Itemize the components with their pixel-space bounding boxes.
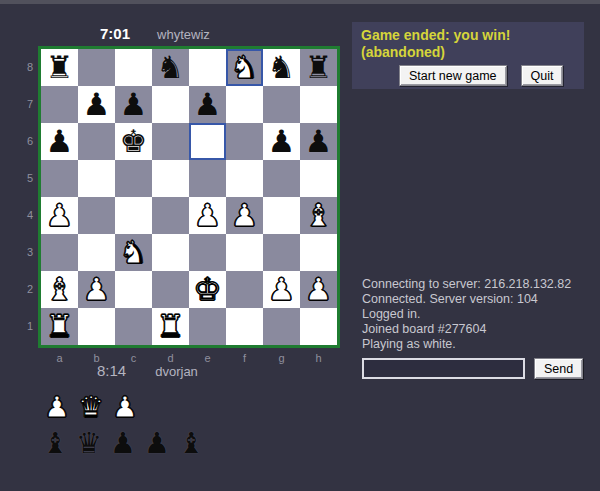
result-text-line2: (abandoned) (361, 44, 575, 61)
result-buttons-row: Start new game Quit (399, 65, 575, 86)
piece-a2: ♝ (46, 271, 74, 308)
piece-f4: ♟ (231, 197, 259, 234)
square-h4[interactable]: ♝ (300, 197, 337, 234)
square-f5[interactable] (226, 160, 263, 197)
piece-g8: ♞ (268, 49, 296, 86)
piece-d8: ♞ (157, 49, 185, 86)
square-h6[interactable]: ♟ (300, 123, 337, 160)
square-b1[interactable] (78, 308, 115, 345)
square-d7[interactable] (152, 86, 189, 123)
rank-labels: 87654321 (24, 49, 36, 345)
square-b6[interactable] (78, 123, 115, 160)
square-d2[interactable] (152, 271, 189, 308)
square-h3[interactable] (300, 234, 337, 271)
square-g7[interactable] (263, 86, 300, 123)
piece-d1: ♜ (157, 308, 185, 345)
opponent-info-row: 7:01 whytewiz (100, 25, 210, 42)
square-c3[interactable]: ♞ (115, 234, 152, 271)
rank-label-1: 1 (24, 308, 36, 345)
status-line-5: Playing as white. (362, 337, 594, 352)
file-label-h: h (300, 352, 337, 364)
square-a8[interactable]: ♜ (41, 49, 78, 86)
piece-a1: ♜ (46, 308, 74, 345)
square-a6[interactable]: ♟ (41, 123, 78, 160)
square-a7[interactable] (41, 86, 78, 123)
opponent-name: whytewiz (157, 27, 210, 42)
piece-h6: ♟ (305, 123, 333, 160)
square-b7[interactable]: ♟ (78, 86, 115, 123)
player-clock: 8:14 (97, 362, 126, 379)
piece-e2: ♚ (194, 271, 222, 308)
square-b2[interactable]: ♟ (78, 271, 115, 308)
square-e2[interactable]: ♚ (189, 271, 226, 308)
square-e5[interactable] (189, 160, 226, 197)
square-f6[interactable] (226, 123, 263, 160)
piece-e7: ♟ (194, 86, 222, 123)
captured-piece-b: ♝ (176, 424, 206, 462)
square-d5[interactable] (152, 160, 189, 197)
square-g5[interactable] (263, 160, 300, 197)
chess-board: ♜♞♞♞♜♟♟♟♟♚♟♟♟♟♟♝♞♝♟♚♟♟♜♜ (41, 49, 337, 345)
status-line-2: Connected. Server version: 104 (362, 292, 594, 307)
piece-e4: ♟ (194, 197, 222, 234)
piece-c7: ♟ (120, 86, 148, 123)
square-d3[interactable] (152, 234, 189, 271)
square-g6[interactable]: ♟ (263, 123, 300, 160)
piece-h2: ♟ (305, 271, 333, 308)
chat-input[interactable] (362, 358, 525, 379)
status-line-1: Connecting to server: 216.218.132.82 (362, 277, 594, 292)
square-f7[interactable] (226, 86, 263, 123)
rank-label-7: 7 (24, 86, 36, 123)
file-label-g: g (263, 352, 300, 364)
piece-c3: ♞ (120, 234, 148, 271)
chat-row: Send (362, 358, 583, 379)
captured-piece-P: ♟ (42, 388, 72, 426)
square-g1[interactable] (263, 308, 300, 345)
rank-label-4: 4 (24, 197, 36, 234)
square-c7[interactable]: ♟ (115, 86, 152, 123)
square-a2[interactable]: ♝ (41, 271, 78, 308)
rank-label-2: 2 (24, 271, 36, 308)
captured-white-pieces-tray: ♟♛♟ (42, 388, 140, 426)
piece-g6: ♟ (268, 123, 296, 160)
square-c4[interactable] (115, 197, 152, 234)
square-a1[interactable]: ♜ (41, 308, 78, 345)
rank-label-3: 3 (24, 234, 36, 271)
captured-piece-Q: ♛ (76, 388, 106, 426)
square-e4[interactable]: ♟ (189, 197, 226, 234)
square-g2[interactable]: ♟ (263, 271, 300, 308)
captured-black-pieces-tray: ♝♛♟♟♝ (40, 424, 206, 462)
result-text-line1: Game ended: you win! (361, 27, 575, 44)
piece-a8: ♜ (46, 49, 74, 86)
square-d1[interactable]: ♜ (152, 308, 189, 345)
square-f3[interactable] (226, 234, 263, 271)
server-status-log: Connecting to server: 216.218.132.82Conn… (362, 277, 594, 352)
captured-piece-b: ♝ (40, 424, 70, 462)
opponent-clock: 7:01 (100, 25, 130, 42)
square-c2[interactable] (115, 271, 152, 308)
window-top-edge (0, 0, 600, 4)
square-d4[interactable] (152, 197, 189, 234)
piece-b7: ♟ (83, 86, 111, 123)
piece-a6: ♟ (46, 123, 74, 160)
captured-piece-q: ♛ (74, 424, 104, 462)
square-h7[interactable] (300, 86, 337, 123)
square-c6[interactable]: ♚ (115, 123, 152, 160)
piece-h8: ♜ (305, 49, 333, 86)
file-label-f: f (226, 352, 263, 364)
square-c5[interactable] (115, 160, 152, 197)
square-c1[interactable] (115, 308, 152, 345)
piece-h4: ♝ (305, 197, 333, 234)
piece-c6: ♚ (120, 123, 148, 160)
chess-client-window: 7:01 whytewiz 87654321 ♜♞♞♞♜♟♟♟♟♚♟♟♟♟♟♝♞… (0, 0, 600, 491)
square-b3[interactable] (78, 234, 115, 271)
square-a5[interactable] (41, 160, 78, 197)
captured-piece-P: ♟ (110, 388, 140, 426)
square-d6[interactable] (152, 123, 189, 160)
piece-b2: ♟ (83, 271, 111, 308)
square-f1[interactable] (226, 308, 263, 345)
square-h1[interactable] (300, 308, 337, 345)
square-g8[interactable]: ♞ (263, 49, 300, 86)
quit-button[interactable]: Quit (521, 65, 564, 86)
rank-label-6: 6 (24, 123, 36, 160)
send-button[interactable]: Send (534, 358, 583, 379)
rank-label-5: 5 (24, 160, 36, 197)
square-g3[interactable] (263, 234, 300, 271)
square-e7[interactable]: ♟ (189, 86, 226, 123)
file-label-a: a (41, 352, 78, 364)
start-new-game-button[interactable]: Start new game (399, 65, 507, 86)
square-b4[interactable] (78, 197, 115, 234)
piece-g2: ♟ (268, 271, 296, 308)
square-e3[interactable] (189, 234, 226, 271)
square-d8[interactable]: ♞ (152, 49, 189, 86)
square-f4[interactable]: ♟ (226, 197, 263, 234)
square-e6[interactable] (189, 123, 226, 160)
square-g4[interactable] (263, 197, 300, 234)
square-f2[interactable] (226, 271, 263, 308)
piece-a4: ♟ (46, 197, 74, 234)
square-h2[interactable]: ♟ (300, 271, 337, 308)
game-result-panel: Game ended: you win! (abandoned) Start n… (352, 22, 584, 89)
square-e8[interactable] (189, 49, 226, 86)
rank-label-8: 8 (24, 49, 36, 86)
square-a3[interactable] (41, 234, 78, 271)
square-a4[interactable]: ♟ (41, 197, 78, 234)
square-f8[interactable]: ♞ (226, 49, 263, 86)
captured-piece-p: ♟ (108, 424, 138, 462)
square-c8[interactable] (115, 49, 152, 86)
status-line-4: Joined board #277604 (362, 322, 594, 337)
square-h5[interactable] (300, 160, 337, 197)
board-frame: ♜♞♞♞♜♟♟♟♟♚♟♟♟♟♟♝♞♝♟♚♟♟♜♜ (38, 46, 340, 348)
player-name: dvorjan (155, 364, 198, 379)
square-e1[interactable] (189, 308, 226, 345)
player-info-row: 8:14 dvorjan (97, 362, 198, 379)
square-b8[interactable] (78, 49, 115, 86)
captured-piece-p: ♟ (142, 424, 172, 462)
square-h8[interactable]: ♜ (300, 49, 337, 86)
piece-f8: ♞ (231, 49, 259, 86)
square-b5[interactable] (78, 160, 115, 197)
status-line-3: Logged in. (362, 307, 594, 322)
